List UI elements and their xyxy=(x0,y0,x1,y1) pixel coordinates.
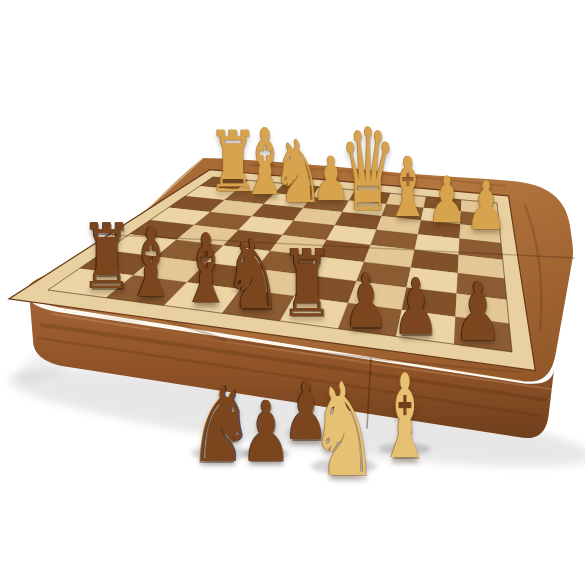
chess-set-photo: ♜♝♞♟♛♝♟♟♜♝♝♞♜♟♟♟♞♟♟♞♝ xyxy=(0,0,585,581)
chess-board xyxy=(0,0,585,581)
